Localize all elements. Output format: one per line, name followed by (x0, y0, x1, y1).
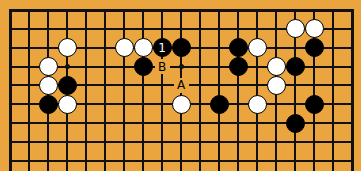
black-stone (58, 76, 77, 95)
black-stone (39, 95, 58, 114)
grid-line-horizontal (9, 141, 354, 143)
black-stone: 1 (153, 38, 172, 57)
white-stone (248, 38, 267, 57)
white-stone (134, 38, 153, 57)
white-stone (115, 38, 134, 57)
black-stone (305, 95, 324, 114)
white-stone (248, 95, 267, 114)
go-board[interactable]: BA1 (1, 1, 361, 133)
white-stone (286, 19, 305, 38)
black-stone (229, 38, 248, 57)
black-stone (305, 38, 324, 57)
grid-line-horizontal (9, 160, 354, 162)
move-number-label: 1 (158, 42, 166, 54)
star-point (65, 64, 70, 69)
point-label-B: B (155, 59, 170, 74)
black-stone (134, 57, 153, 76)
white-stone (267, 76, 286, 95)
point-label-A: A (174, 78, 189, 93)
black-stone (286, 114, 305, 133)
black-stone (210, 95, 229, 114)
black-stone (286, 57, 305, 76)
black-stone (172, 38, 191, 57)
black-stone (229, 57, 248, 76)
white-stone (172, 95, 191, 114)
star-point (179, 64, 184, 69)
go-diagram: BA1 (0, 0, 361, 171)
white-stone (305, 19, 324, 38)
white-stone (58, 38, 77, 57)
white-stone (267, 57, 286, 76)
white-stone (58, 95, 77, 114)
white-stone (39, 57, 58, 76)
white-stone (39, 76, 58, 95)
